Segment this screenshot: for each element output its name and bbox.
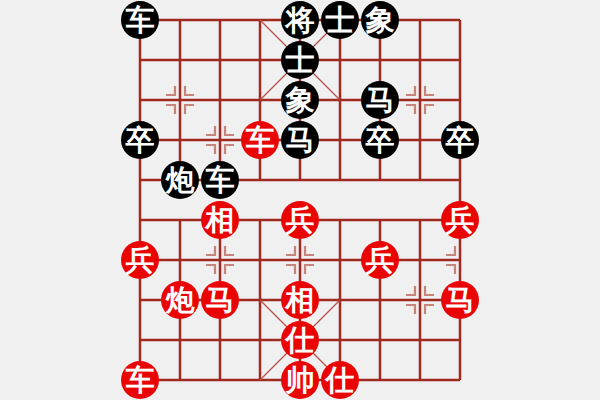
- piece-red-soldier[interactable]: 兵: [121, 241, 159, 279]
- piece-red-chariot[interactable]: 车: [241, 121, 279, 159]
- piece-red-cannon[interactable]: 炮: [161, 281, 199, 319]
- pieces-layer: 车将士象士象马卒车马卒卒炮车相兵兵兵兵炮马相马仕车帅仕: [0, 0, 600, 400]
- piece-red-soldier[interactable]: 兵: [441, 201, 479, 239]
- xiangqi-board: 车将士象士象马卒车马卒卒炮车相兵兵兵兵炮马相马仕车帅仕: [0, 0, 600, 400]
- piece-red-advisor[interactable]: 仕: [321, 361, 359, 399]
- piece-black-chariot[interactable]: 车: [121, 1, 159, 39]
- piece-black-soldier[interactable]: 卒: [361, 121, 399, 159]
- piece-red-chariot[interactable]: 车: [121, 361, 159, 399]
- piece-red-advisor[interactable]: 仕: [281, 321, 319, 359]
- piece-black-cannon[interactable]: 炮: [161, 161, 199, 199]
- piece-red-soldier[interactable]: 兵: [281, 201, 319, 239]
- piece-red-soldier[interactable]: 兵: [361, 241, 399, 279]
- piece-black-soldier[interactable]: 卒: [441, 121, 479, 159]
- piece-black-horse[interactable]: 马: [361, 81, 399, 119]
- piece-black-general[interactable]: 将: [281, 1, 319, 39]
- piece-black-advisor[interactable]: 士: [281, 41, 319, 79]
- piece-black-elephant[interactable]: 象: [281, 81, 319, 119]
- piece-red-horse[interactable]: 马: [201, 281, 239, 319]
- piece-black-advisor[interactable]: 士: [321, 1, 359, 39]
- piece-red-elephant[interactable]: 相: [281, 281, 319, 319]
- piece-red-horse[interactable]: 马: [441, 281, 479, 319]
- piece-black-soldier[interactable]: 卒: [121, 121, 159, 159]
- piece-red-elephant[interactable]: 相: [201, 201, 239, 239]
- piece-black-chariot[interactable]: 车: [201, 161, 239, 199]
- piece-black-horse[interactable]: 马: [281, 121, 319, 159]
- piece-black-elephant[interactable]: 象: [361, 1, 399, 39]
- piece-red-general[interactable]: 帅: [281, 361, 319, 399]
